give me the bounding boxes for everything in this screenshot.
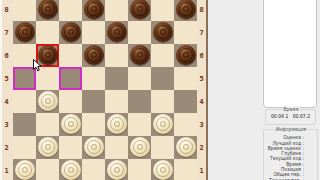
square-e8[interactable] — [105, 0, 128, 21]
piece-black-h8[interactable] — [176, 0, 196, 19]
square-h5[interactable] — [174, 67, 197, 90]
square-f3[interactable] — [128, 113, 151, 136]
rank-label-left-8: 8 — [3, 6, 10, 13]
piece-black-a7[interactable] — [15, 22, 35, 42]
square-g8[interactable] — [151, 0, 174, 21]
clock-title: Время — [282, 107, 299, 112]
square-a2[interactable] — [13, 136, 36, 159]
square-c8[interactable] — [59, 0, 82, 21]
rank-label-right-8: 8 — [199, 6, 204, 13]
info-rows: Оценка :Лучший ход :Время оценки :Глубин… — [264, 135, 317, 180]
rank-labels-right: 87654321 — [197, 0, 206, 180]
info-groupbox: Информация Оценка :Лучший ход :Время оце… — [263, 129, 318, 180]
rank-label-left-4: 4 — [3, 98, 10, 105]
square-g6[interactable] — [151, 44, 174, 67]
piece-black-g7[interactable] — [153, 22, 173, 42]
square-a3[interactable] — [13, 113, 36, 136]
piece-black-f6[interactable] — [130, 45, 150, 65]
square-d7[interactable] — [82, 21, 105, 44]
piece-black-f8[interactable] — [130, 0, 150, 19]
rank-label-right-6: 6 — [199, 52, 204, 59]
square-f4[interactable] — [128, 90, 151, 113]
square-h1[interactable] — [174, 159, 197, 180]
rank-label-left-7: 7 — [3, 29, 10, 36]
clock-time-right: 00:07.2 — [293, 114, 310, 119]
square-g4[interactable] — [151, 90, 174, 113]
clock-groupbox: Время 00:04.1 00:07.2 — [265, 109, 316, 125]
square-e6[interactable] — [105, 44, 128, 67]
square-f5[interactable] — [128, 67, 151, 90]
square-h4[interactable] — [174, 90, 197, 113]
piece-white-g3[interactable] — [153, 114, 173, 134]
piece-black-e7[interactable] — [107, 22, 127, 42]
piece-black-d8[interactable] — [84, 0, 104, 19]
piece-white-c1[interactable] — [61, 160, 81, 180]
square-e4[interactable] — [105, 90, 128, 113]
square-g2[interactable] — [151, 136, 174, 159]
rank-labels-left: 87654321 — [0, 0, 13, 180]
piece-white-d2[interactable] — [84, 137, 104, 157]
rank-label-left-2: 2 — [3, 144, 10, 151]
square-d3[interactable] — [82, 113, 105, 136]
piece-white-b4[interactable] — [38, 91, 58, 111]
square-c6[interactable] — [59, 44, 82, 67]
piece-white-a1[interactable] — [15, 160, 35, 180]
square-h7[interactable] — [174, 21, 197, 44]
square-e5[interactable] — [105, 67, 128, 90]
square-c2[interactable] — [59, 136, 82, 159]
square-c5[interactable] — [59, 67, 82, 90]
square-a8[interactable] — [13, 0, 36, 21]
square-d1[interactable] — [82, 159, 105, 180]
rank-label-right-4: 4 — [199, 98, 204, 105]
board[interactable] — [13, 0, 197, 180]
piece-black-b8[interactable] — [38, 0, 58, 19]
square-d4[interactable] — [82, 90, 105, 113]
move-list-panel[interactable] — [263, 0, 317, 108]
square-b3[interactable] — [36, 113, 59, 136]
info-row: Текущая пер. : — [264, 177, 317, 180]
rank-label-left-1: 1 — [3, 167, 10, 174]
square-a4[interactable] — [13, 90, 36, 113]
piece-black-c7[interactable] — [61, 22, 81, 42]
rank-label-right-5: 5 — [199, 75, 204, 82]
square-b1[interactable] — [36, 159, 59, 180]
piece-black-h6[interactable] — [176, 45, 196, 65]
piece-white-c3[interactable] — [61, 114, 81, 134]
piece-white-e1[interactable] — [107, 160, 127, 180]
square-g5[interactable] — [151, 67, 174, 90]
mouse-cursor-icon — [33, 57, 42, 76]
rank-label-right-7: 7 — [199, 29, 204, 36]
clock-time-left: 00:04.1 — [271, 114, 288, 119]
square-f1[interactable] — [128, 159, 151, 180]
square-f7[interactable] — [128, 21, 151, 44]
piece-white-h2[interactable] — [176, 137, 196, 157]
rank-label-left-5: 5 — [3, 75, 10, 82]
rank-label-right-3: 3 — [199, 121, 204, 128]
rank-label-left-6: 6 — [3, 52, 10, 59]
rank-label-left-3: 3 — [3, 121, 10, 128]
square-c4[interactable] — [59, 90, 82, 113]
square-b7[interactable] — [36, 21, 59, 44]
square-h3[interactable] — [174, 113, 197, 136]
piece-white-b2[interactable] — [38, 137, 58, 157]
square-d5[interactable] — [82, 67, 105, 90]
square-e2[interactable] — [105, 136, 128, 159]
piece-black-d6[interactable] — [84, 45, 104, 65]
rank-label-right-2: 2 — [199, 144, 204, 151]
board-window: 87654321 87654321 — [0, 0, 208, 180]
info-title: Информация — [274, 127, 307, 132]
clock-values: 00:04.1 00:07.2 — [266, 114, 315, 126]
window-right-edge — [206, 0, 208, 180]
app-window: { "game": "checkers (Russian draughts / … — [0, 0, 320, 180]
rank-label-right-1: 1 — [199, 167, 204, 174]
piece-white-g1[interactable] — [153, 160, 173, 180]
piece-white-e3[interactable] — [107, 114, 127, 134]
piece-white-f2[interactable] — [130, 137, 150, 157]
